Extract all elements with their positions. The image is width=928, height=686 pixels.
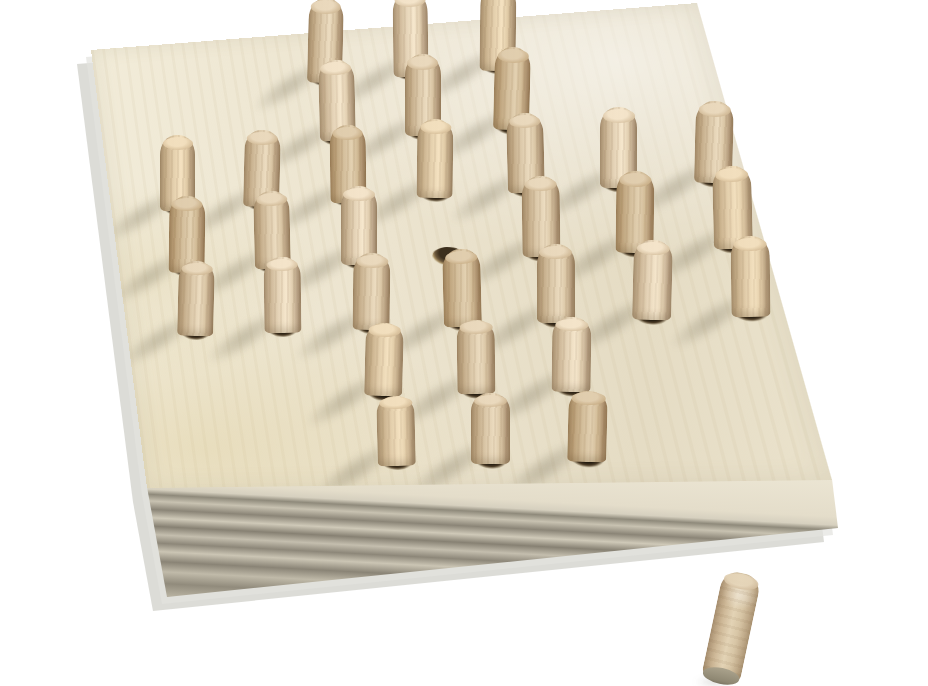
peg-r5c2[interactable] — [364, 323, 403, 397]
peg-r6c4[interactable] — [567, 391, 608, 463]
peg-r4c4[interactable] — [537, 244, 575, 323]
peg-r5c3[interactable] — [457, 320, 496, 395]
photo-background — [0, 0, 928, 686]
peg-r4c6[interactable] — [730, 235, 770, 317]
pegs-layer — [0, 0, 928, 686]
peg-r4c1[interactable] — [263, 257, 301, 333]
peg-r5c4[interactable] — [552, 316, 592, 392]
peg-r4c0[interactable] — [177, 260, 215, 336]
peg-r4c3[interactable] — [442, 248, 481, 327]
peg-r6c2[interactable] — [376, 395, 416, 465]
peg-r6c3[interactable] — [471, 393, 510, 463]
peg-r4c2[interactable] — [352, 252, 390, 329]
peg-r4c5[interactable] — [632, 240, 673, 321]
peg-r2c3[interactable] — [417, 119, 454, 198]
